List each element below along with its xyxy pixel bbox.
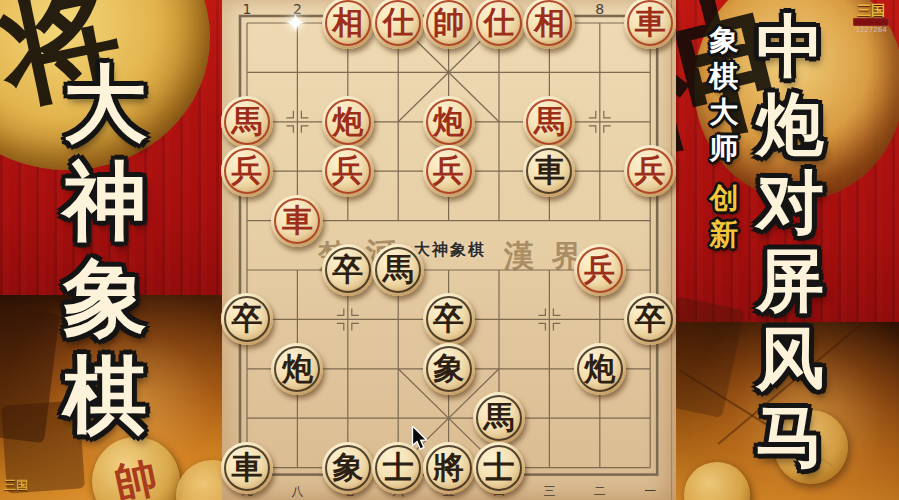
- piece-red-兵[interactable]: 兵: [423, 145, 475, 197]
- title-char: 中: [756, 8, 824, 86]
- piece-char: 炮: [271, 343, 323, 395]
- title-char: 创: [710, 180, 739, 216]
- piece-char: 兵: [624, 145, 676, 197]
- bottom-file-number: 二: [592, 483, 608, 500]
- piece-black-士[interactable]: 士: [473, 442, 525, 494]
- title-char: 对: [756, 164, 824, 242]
- top-file-number: 1: [239, 1, 255, 17]
- piece-red-炮[interactable]: 炮: [423, 96, 475, 148]
- channel-logo-text: 三国: [849, 3, 893, 17]
- piece-char: 仕: [372, 0, 424, 49]
- title-char: 棋: [63, 347, 147, 444]
- title-char: 炮: [756, 86, 824, 164]
- piece-char: 兵: [221, 145, 273, 197]
- piece-red-車[interactable]: 車: [624, 0, 676, 49]
- bottom-file-number: 一: [642, 483, 658, 500]
- piece-red-兵[interactable]: 兵: [624, 145, 676, 197]
- piece-black-卒[interactable]: 卒: [423, 293, 475, 345]
- piece-black-馬[interactable]: 馬: [473, 392, 525, 444]
- piece-char: 卒: [423, 293, 475, 345]
- title-char: 屏: [756, 242, 824, 320]
- bottom-file-number: 八: [289, 483, 305, 500]
- piece-black-馬[interactable]: 馬: [372, 244, 424, 296]
- piece-red-仕[interactable]: 仕: [473, 0, 525, 49]
- piece-char: 卒: [221, 293, 273, 345]
- piece-char: 炮: [322, 96, 374, 148]
- bottom-file-number: 三: [541, 483, 557, 500]
- photo-xiangqi-piece: [176, 460, 222, 500]
- piece-black-車[interactable]: 車: [523, 145, 575, 197]
- piece-red-炮[interactable]: 炮: [322, 96, 374, 148]
- right-subtitle-highlight: 创新: [696, 180, 752, 252]
- piece-char: 炮: [574, 343, 626, 395]
- title-char: 象: [63, 250, 147, 347]
- piece-black-卒[interactable]: 卒: [221, 293, 273, 345]
- piece-char: 象: [423, 343, 475, 395]
- title-char: 新: [710, 216, 739, 252]
- piece-black-象[interactable]: 象: [423, 343, 475, 395]
- piece-char: 仕: [473, 0, 525, 49]
- title-char: 大: [63, 56, 147, 153]
- piece-red-兵[interactable]: 兵: [574, 244, 626, 296]
- piece-char: 將: [423, 442, 475, 494]
- piece-char: 炮: [423, 96, 475, 148]
- piece-black-卒[interactable]: 卒: [322, 244, 374, 296]
- piece-char: 卒: [322, 244, 374, 296]
- last-move-sparkle-icon: ✦: [284, 8, 306, 38]
- piece-red-車[interactable]: 車: [271, 195, 323, 247]
- piece-black-卒[interactable]: 卒: [624, 293, 676, 345]
- piece-char: 馬: [523, 96, 575, 148]
- top-file-number: 8: [592, 1, 608, 17]
- piece-black-將[interactable]: 將: [423, 442, 475, 494]
- stage: 帥 将 神 123456789九八七六五四三二一 楚河 漢界 大神象棋 相仕帥仕…: [0, 0, 899, 500]
- photo-xiangqi-piece: 帥: [92, 437, 180, 500]
- xiangqi-board[interactable]: 123456789九八七六五四三二一 楚河 漢界 大神象棋 相仕帥仕相車馬炮炮馬…: [222, 0, 676, 500]
- title-char: 棋: [710, 58, 739, 94]
- piece-char: 帥: [423, 0, 475, 49]
- channel-logo-number: 1227264: [849, 26, 893, 34]
- piece-red-馬[interactable]: 馬: [523, 96, 575, 148]
- title-char: 师: [710, 130, 739, 166]
- piece-char: 車: [624, 0, 676, 49]
- piece-red-相[interactable]: 相: [322, 0, 374, 49]
- watermark-bottom-left: 三国: [4, 477, 28, 494]
- right-subtitle: 象棋大师: [696, 22, 752, 166]
- piece-char: 馬: [221, 96, 273, 148]
- title-char: 象: [710, 22, 739, 58]
- piece-char: 卒: [624, 293, 676, 345]
- piece-char: 兵: [423, 145, 475, 197]
- piece-red-兵[interactable]: 兵: [322, 145, 374, 197]
- piece-char: 象: [322, 442, 374, 494]
- piece-char: 車: [523, 145, 575, 197]
- piece-char: 士: [473, 442, 525, 494]
- piece-char: 馬: [473, 392, 525, 444]
- piece-char: 兵: [322, 145, 374, 197]
- piece-red-兵[interactable]: 兵: [221, 145, 273, 197]
- left-title: 大神象棋: [40, 56, 170, 444]
- mouse-cursor-icon: [411, 426, 429, 454]
- piece-black-炮[interactable]: 炮: [271, 343, 323, 395]
- piece-red-帥[interactable]: 帥: [423, 0, 475, 49]
- title-char: 马: [756, 398, 824, 476]
- piece-char: 兵: [574, 244, 626, 296]
- title-char: 大: [710, 94, 739, 130]
- piece-char: 車: [221, 442, 273, 494]
- channel-logo: 三国 1227264: [849, 3, 893, 34]
- piece-black-炮[interactable]: 炮: [574, 343, 626, 395]
- piece-red-仕[interactable]: 仕: [372, 0, 424, 49]
- title-char: 神: [63, 153, 147, 250]
- piece-char: 相: [523, 0, 575, 49]
- channel-logo-banner: [853, 18, 889, 26]
- piece-red-相[interactable]: 相: [523, 0, 575, 49]
- piece-black-車[interactable]: 車: [221, 442, 273, 494]
- piece-red-馬[interactable]: 馬: [221, 96, 273, 148]
- piece-char: 馬: [372, 244, 424, 296]
- piece-char: 相: [322, 0, 374, 49]
- piece-black-象[interactable]: 象: [322, 442, 374, 494]
- piece-char: 車: [271, 195, 323, 247]
- title-char: 风: [756, 320, 824, 398]
